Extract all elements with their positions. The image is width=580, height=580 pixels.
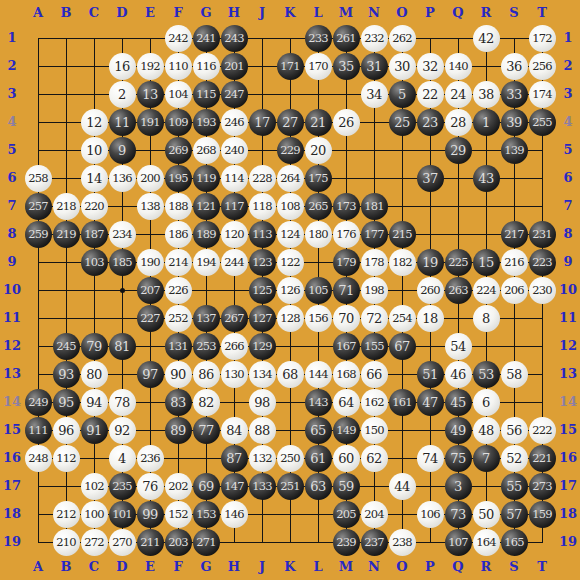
row-label-left-13: 13 — [0, 364, 26, 384]
col-label-top-B: B — [52, 3, 80, 23]
stone-black-Q17-move-3: 3 — [445, 473, 472, 500]
stone-black-L16-move-61: 61 — [305, 445, 332, 472]
col-label-bottom-N: N — [360, 557, 388, 577]
stone-black-R13-move-53: 53 — [473, 361, 500, 388]
stone-white-H5-move-240: 240 — [221, 137, 248, 164]
row-label-right-18: 18 — [554, 504, 580, 524]
stone-black-B14-move-95: 95 — [53, 389, 80, 416]
stone-white-G2-move-116: 116 — [193, 53, 220, 80]
row-label-left-11: 11 — [0, 308, 26, 328]
stone-white-N13-move-66: 66 — [361, 361, 388, 388]
stone-black-C9-move-103: 103 — [81, 249, 108, 276]
row-label-right-10: 10 — [554, 280, 580, 300]
col-label-bottom-O: O — [388, 557, 416, 577]
stone-white-C13-move-80: 80 — [81, 361, 108, 388]
stone-white-L13-move-144: 144 — [305, 361, 332, 388]
stone-black-T9-move-223: 223 — [529, 249, 556, 276]
stone-white-H12-move-266: 266 — [221, 333, 248, 360]
col-label-top-T: T — [528, 3, 556, 23]
stone-white-C7-move-220: 220 — [81, 193, 108, 220]
stone-black-T8-move-231: 231 — [529, 221, 556, 248]
stone-white-C18-move-100: 100 — [81, 501, 108, 528]
stone-black-C15-move-91: 91 — [81, 417, 108, 444]
stone-white-H8-move-120: 120 — [221, 221, 248, 248]
stone-black-T16-move-221: 221 — [529, 445, 556, 472]
stone-white-H6-move-114: 114 — [221, 165, 248, 192]
row-label-right-16: 16 — [554, 448, 580, 468]
col-label-bottom-Q: Q — [444, 557, 472, 577]
stone-black-G6-move-119: 119 — [193, 165, 220, 192]
stone-white-B19-move-210: 210 — [53, 529, 80, 556]
col-label-bottom-D: D — [108, 557, 136, 577]
stone-black-H16-move-87: 87 — [221, 445, 248, 472]
row-label-left-7: 7 — [0, 196, 26, 216]
col-label-top-A: A — [24, 3, 52, 23]
stone-white-T15-move-222: 222 — [529, 417, 556, 444]
row-label-left-12: 12 — [0, 336, 26, 356]
stone-black-R16-move-7: 7 — [473, 445, 500, 472]
stone-black-G12-move-253: 253 — [193, 333, 220, 360]
stone-white-J13-move-134: 134 — [249, 361, 276, 388]
stone-black-H2-move-201: 201 — [221, 53, 248, 80]
stone-black-D17-move-235: 235 — [109, 473, 136, 500]
stone-black-T18-move-159: 159 — [529, 501, 556, 528]
stone-black-N2-move-31: 31 — [361, 53, 388, 80]
stone-black-S18-move-57: 57 — [501, 501, 528, 528]
stone-black-E11-move-227: 227 — [137, 305, 164, 332]
stone-white-G5-move-268: 268 — [193, 137, 220, 164]
stone-white-T10-move-230: 230 — [529, 277, 556, 304]
stone-white-K16-move-250: 250 — [277, 445, 304, 472]
stone-white-B15-move-96: 96 — [53, 417, 80, 444]
stone-white-B18-move-212: 212 — [53, 501, 80, 528]
stone-white-H4-move-246: 246 — [221, 109, 248, 136]
stone-white-K9-move-122: 122 — [277, 249, 304, 276]
stone-black-K2-move-171: 171 — [277, 53, 304, 80]
stone-black-E18-move-99: 99 — [137, 501, 164, 528]
stone-white-Q13-move-46: 46 — [445, 361, 472, 388]
row-label-left-16: 16 — [0, 448, 26, 468]
stone-white-P2-move-32: 32 — [417, 53, 444, 80]
stone-black-M12-move-167: 167 — [333, 333, 360, 360]
col-label-top-Q: Q — [444, 3, 472, 23]
row-label-right-4: 4 — [554, 112, 580, 132]
stone-black-K17-move-251: 251 — [277, 473, 304, 500]
stone-white-B16-move-112: 112 — [53, 445, 80, 472]
stone-black-E19-move-211: 211 — [137, 529, 164, 556]
row-label-right-7: 7 — [554, 196, 580, 216]
stone-black-M2-move-35: 35 — [333, 53, 360, 80]
stone-white-N3-move-34: 34 — [361, 81, 388, 108]
col-label-top-C: C — [80, 3, 108, 23]
stone-white-Q2-move-140: 140 — [445, 53, 472, 80]
stone-white-R15-move-48: 48 — [473, 417, 500, 444]
stone-black-Q9-move-225: 225 — [445, 249, 472, 276]
stone-white-H18-move-146: 146 — [221, 501, 248, 528]
stone-black-C12-move-79: 79 — [81, 333, 108, 360]
stone-black-F14-move-83: 83 — [165, 389, 192, 416]
stone-white-D8-move-234: 234 — [109, 221, 136, 248]
stone-white-Q12-move-54: 54 — [445, 333, 472, 360]
col-label-bottom-S: S — [500, 557, 528, 577]
col-label-bottom-L: L — [304, 557, 332, 577]
stone-white-R14-move-6: 6 — [473, 389, 500, 416]
stone-white-B7-move-218: 218 — [53, 193, 80, 220]
stone-white-N9-move-178: 178 — [361, 249, 388, 276]
stone-white-N11-move-72: 72 — [361, 305, 388, 332]
col-label-top-H: H — [220, 3, 248, 23]
stone-white-O17-move-44: 44 — [389, 473, 416, 500]
col-label-top-J: J — [248, 3, 276, 23]
stone-white-S16-move-52: 52 — [501, 445, 528, 472]
stone-black-A14-move-249: 249 — [25, 389, 52, 416]
stone-black-Q14-move-45: 45 — [445, 389, 472, 416]
stone-white-D19-move-270: 270 — [109, 529, 136, 556]
stone-black-Q10-move-263: 263 — [445, 277, 472, 304]
stone-white-R11-move-8: 8 — [473, 305, 500, 332]
stone-black-H17-move-147: 147 — [221, 473, 248, 500]
stone-white-N18-move-204: 204 — [361, 501, 388, 528]
stone-white-N10-move-198: 198 — [361, 277, 388, 304]
stone-white-R10-move-224: 224 — [473, 277, 500, 304]
col-label-bottom-J: J — [248, 557, 276, 577]
stone-black-E13-move-97: 97 — [137, 361, 164, 388]
stone-white-P10-move-260: 260 — [417, 277, 444, 304]
stone-black-M18-move-205: 205 — [333, 501, 360, 528]
stone-white-E7-move-138: 138 — [137, 193, 164, 220]
stone-white-M11-move-70: 70 — [333, 305, 360, 332]
stone-white-O19-move-238: 238 — [389, 529, 416, 556]
col-label-top-M: M — [332, 3, 360, 23]
stone-white-T1-move-172: 172 — [529, 25, 556, 52]
stone-black-G3-move-115: 115 — [193, 81, 220, 108]
col-label-bottom-G: G — [192, 557, 220, 577]
stone-black-L14-move-143: 143 — [305, 389, 332, 416]
stone-black-Q15-move-49: 49 — [445, 417, 472, 444]
stone-white-F11-move-252: 252 — [165, 305, 192, 332]
col-label-top-F: F — [164, 3, 192, 23]
col-label-bottom-P: P — [416, 557, 444, 577]
stone-white-H13-move-130: 130 — [221, 361, 248, 388]
stone-black-M9-move-179: 179 — [333, 249, 360, 276]
stone-black-P13-move-51: 51 — [417, 361, 444, 388]
stone-black-B12-move-245: 245 — [53, 333, 80, 360]
stone-white-J15-move-88: 88 — [249, 417, 276, 444]
stone-white-L2-move-170: 170 — [305, 53, 332, 80]
stone-white-F7-move-188: 188 — [165, 193, 192, 220]
col-label-bottom-M: M — [332, 557, 360, 577]
stone-white-S2-move-36: 36 — [501, 53, 528, 80]
go-kifu-diagram: ABCDEFGHJKLMNOPQRST ABCDEFGHJKLMNOPQRST … — [0, 0, 580, 580]
stone-white-A16-move-248: 248 — [25, 445, 52, 472]
stone-black-J10-move-125: 125 — [249, 277, 276, 304]
stone-white-P3-move-22: 22 — [417, 81, 444, 108]
stone-white-N15-move-150: 150 — [361, 417, 388, 444]
stone-black-N19-move-237: 237 — [361, 529, 388, 556]
stone-black-J4-move-17: 17 — [249, 109, 276, 136]
stone-white-M14-move-64: 64 — [333, 389, 360, 416]
stone-black-J17-move-133: 133 — [249, 473, 276, 500]
stone-white-S9-move-216: 216 — [501, 249, 528, 276]
stone-white-E17-move-76: 76 — [137, 473, 164, 500]
stone-white-J16-move-132: 132 — [249, 445, 276, 472]
stone-white-G9-move-194: 194 — [193, 249, 220, 276]
stone-black-G18-move-153: 153 — [193, 501, 220, 528]
stone-black-D5-move-9: 9 — [109, 137, 136, 164]
stone-black-G8-move-189: 189 — [193, 221, 220, 248]
row-label-right-3: 3 — [554, 84, 580, 104]
col-label-top-P: P — [416, 3, 444, 23]
row-label-left-1: 1 — [0, 28, 26, 48]
col-label-bottom-C: C — [80, 557, 108, 577]
stone-black-K4-move-27: 27 — [277, 109, 304, 136]
stone-black-G11-move-137: 137 — [193, 305, 220, 332]
col-label-top-S: S — [500, 3, 528, 23]
row-label-right-2: 2 — [554, 56, 580, 76]
col-label-top-D: D — [108, 3, 136, 23]
stone-white-P11-move-18: 18 — [417, 305, 444, 332]
stone-black-B13-move-93: 93 — [53, 361, 80, 388]
stone-white-D6-move-136: 136 — [109, 165, 136, 192]
stone-white-O11-move-254: 254 — [389, 305, 416, 332]
col-label-bottom-R: R — [472, 557, 500, 577]
stone-black-T4-move-255: 255 — [529, 109, 556, 136]
stone-black-L17-move-63: 63 — [305, 473, 332, 500]
stone-black-P6-move-37: 37 — [417, 165, 444, 192]
col-label-top-R: R — [472, 3, 500, 23]
stone-black-N7-move-181: 181 — [361, 193, 388, 220]
stone-black-Q5-move-29: 29 — [445, 137, 472, 164]
stone-black-G1-move-241: 241 — [193, 25, 220, 52]
stone-white-R3-move-38: 38 — [473, 81, 500, 108]
stone-black-S8-move-217: 217 — [501, 221, 528, 248]
stone-black-O8-move-215: 215 — [389, 221, 416, 248]
stone-white-O9-move-182: 182 — [389, 249, 416, 276]
stone-black-D9-move-185: 185 — [109, 249, 136, 276]
stone-black-A8-move-259: 259 — [25, 221, 52, 248]
row-label-right-8: 8 — [554, 224, 580, 244]
row-label-right-12: 12 — [554, 336, 580, 356]
stone-black-F5-move-269: 269 — [165, 137, 192, 164]
stone-black-M10-move-71: 71 — [333, 277, 360, 304]
stone-white-O2-move-30: 30 — [389, 53, 416, 80]
stone-black-M15-move-149: 149 — [333, 417, 360, 444]
col-label-bottom-K: K — [276, 557, 304, 577]
stone-black-R4-move-1: 1 — [473, 109, 500, 136]
col-label-bottom-E: E — [136, 557, 164, 577]
stone-black-O3-move-5: 5 — [389, 81, 416, 108]
col-label-bottom-B: B — [52, 557, 80, 577]
stone-black-F15-move-89: 89 — [165, 417, 192, 444]
stone-black-L6-move-175: 175 — [305, 165, 332, 192]
stone-black-K5-move-229: 229 — [277, 137, 304, 164]
stone-white-F3-move-104: 104 — [165, 81, 192, 108]
stone-black-L7-move-265: 265 — [305, 193, 332, 220]
stone-white-C6-move-14: 14 — [81, 165, 108, 192]
col-label-bottom-A: A — [24, 557, 52, 577]
stone-black-G4-move-193: 193 — [193, 109, 220, 136]
star-point-D10 — [120, 288, 125, 293]
row-label-left-4: 4 — [0, 112, 26, 132]
stone-white-C5-move-10: 10 — [81, 137, 108, 164]
stone-white-P16-move-74: 74 — [417, 445, 444, 472]
stone-black-J12-move-129: 129 — [249, 333, 276, 360]
row-label-right-11: 11 — [554, 308, 580, 328]
stone-white-F8-move-186: 186 — [165, 221, 192, 248]
stone-black-G17-move-69: 69 — [193, 473, 220, 500]
col-label-top-E: E — [136, 3, 164, 23]
stone-black-N8-move-177: 177 — [361, 221, 388, 248]
stone-white-Q3-move-24: 24 — [445, 81, 472, 108]
row-label-right-19: 19 — [554, 532, 580, 552]
stone-black-H3-move-247: 247 — [221, 81, 248, 108]
row-label-left-14: 14 — [0, 392, 26, 412]
stone-white-J7-move-118: 118 — [249, 193, 276, 220]
stone-black-G19-move-271: 271 — [193, 529, 220, 556]
stone-white-E6-move-200: 200 — [137, 165, 164, 192]
stone-white-M13-move-168: 168 — [333, 361, 360, 388]
stone-black-Q16-move-75: 75 — [445, 445, 472, 472]
col-label-bottom-T: T — [528, 557, 556, 577]
stone-white-P18-move-106: 106 — [417, 501, 444, 528]
stone-black-F4-move-109: 109 — [165, 109, 192, 136]
stone-white-N1-move-232: 232 — [361, 25, 388, 52]
stone-black-E4-move-191: 191 — [137, 109, 164, 136]
stone-black-B8-move-219: 219 — [53, 221, 80, 248]
stone-white-M8-move-176: 176 — [333, 221, 360, 248]
row-label-left-18: 18 — [0, 504, 26, 524]
stone-white-D3-move-2: 2 — [109, 81, 136, 108]
stone-white-F2-move-110: 110 — [165, 53, 192, 80]
stone-black-E3-move-13: 13 — [137, 81, 164, 108]
stone-white-D15-move-92: 92 — [109, 417, 136, 444]
stone-black-N12-move-155: 155 — [361, 333, 388, 360]
stone-white-H15-move-84: 84 — [221, 417, 248, 444]
stone-white-L11-move-156: 156 — [305, 305, 332, 332]
row-label-left-10: 10 — [0, 280, 26, 300]
stone-black-F12-move-131: 131 — [165, 333, 192, 360]
stone-white-C19-move-272: 272 — [81, 529, 108, 556]
row-label-right-13: 13 — [554, 364, 580, 384]
stone-white-Q4-move-28: 28 — [445, 109, 472, 136]
stone-white-J14-move-98: 98 — [249, 389, 276, 416]
stone-black-P14-move-47: 47 — [417, 389, 444, 416]
stone-black-O4-move-25: 25 — [389, 109, 416, 136]
stone-black-S4-move-39: 39 — [501, 109, 528, 136]
stone-white-E2-move-192: 192 — [137, 53, 164, 80]
row-label-left-3: 3 — [0, 84, 26, 104]
stone-black-T17-move-273: 273 — [529, 473, 556, 500]
row-label-right-14: 14 — [554, 392, 580, 412]
stone-white-F17-move-202: 202 — [165, 473, 192, 500]
stone-white-D2-move-16: 16 — [109, 53, 136, 80]
row-label-left-6: 6 — [0, 168, 26, 188]
stone-black-H11-move-267: 267 — [221, 305, 248, 332]
stone-white-J6-move-228: 228 — [249, 165, 276, 192]
stone-white-L5-move-20: 20 — [305, 137, 332, 164]
stone-white-R1-move-42: 42 — [473, 25, 500, 52]
stone-black-D4-move-11: 11 — [109, 109, 136, 136]
stone-white-R18-move-50: 50 — [473, 501, 500, 528]
stone-black-A15-move-111: 111 — [25, 417, 52, 444]
stone-black-H1-move-243: 243 — [221, 25, 248, 52]
stone-black-D18-move-101: 101 — [109, 501, 136, 528]
stone-black-M7-move-173: 173 — [333, 193, 360, 220]
stone-white-M16-move-60: 60 — [333, 445, 360, 472]
stone-white-N16-move-62: 62 — [361, 445, 388, 472]
stone-white-K7-move-108: 108 — [277, 193, 304, 220]
stone-black-P9-move-19: 19 — [417, 249, 444, 276]
stone-white-A6-move-258: 258 — [25, 165, 52, 192]
row-label-left-19: 19 — [0, 532, 26, 552]
row-label-left-2: 2 — [0, 56, 26, 76]
stone-white-F1-move-242: 242 — [165, 25, 192, 52]
stone-black-G15-move-77: 77 — [193, 417, 220, 444]
stone-white-D16-move-4: 4 — [109, 445, 136, 472]
stone-white-H9-move-244: 244 — [221, 249, 248, 276]
stone-white-R19-move-164: 164 — [473, 529, 500, 556]
stone-black-E10-move-207: 207 — [137, 277, 164, 304]
stone-white-L8-move-180: 180 — [305, 221, 332, 248]
stone-black-G7-move-121: 121 — [193, 193, 220, 220]
stone-black-M1-move-261: 261 — [333, 25, 360, 52]
row-label-right-17: 17 — [554, 476, 580, 496]
stone-white-K11-move-128: 128 — [277, 305, 304, 332]
stone-black-Q18-move-73: 73 — [445, 501, 472, 528]
stone-white-S13-move-58: 58 — [501, 361, 528, 388]
stone-white-K6-move-264: 264 — [277, 165, 304, 192]
row-label-left-15: 15 — [0, 420, 26, 440]
stone-black-F19-move-203: 203 — [165, 529, 192, 556]
stone-black-L1-move-233: 233 — [305, 25, 332, 52]
row-label-left-5: 5 — [0, 140, 26, 160]
stone-white-S10-move-206: 206 — [501, 277, 528, 304]
stone-white-F9-move-214: 214 — [165, 249, 192, 276]
col-label-bottom-F: F — [164, 557, 192, 577]
stone-white-F13-move-90: 90 — [165, 361, 192, 388]
stone-white-K10-move-126: 126 — [277, 277, 304, 304]
stone-black-L10-move-105: 105 — [305, 277, 332, 304]
stone-black-A7-move-257: 257 — [25, 193, 52, 220]
stone-black-M17-move-59: 59 — [333, 473, 360, 500]
stone-white-C17-move-102: 102 — [81, 473, 108, 500]
stone-black-J11-move-127: 127 — [249, 305, 276, 332]
stone-white-T3-move-174: 174 — [529, 81, 556, 108]
stone-white-K13-move-68: 68 — [277, 361, 304, 388]
stone-white-D14-move-78: 78 — [109, 389, 136, 416]
row-label-right-1: 1 — [554, 28, 580, 48]
stone-white-E9-move-190: 190 — [137, 249, 164, 276]
stone-black-H7-move-117: 117 — [221, 193, 248, 220]
stone-black-D12-move-81: 81 — [109, 333, 136, 360]
stone-white-F10-move-226: 226 — [165, 277, 192, 304]
row-label-right-9: 9 — [554, 252, 580, 272]
stone-black-Q19-move-107: 107 — [445, 529, 472, 556]
stone-white-G14-move-82: 82 — [193, 389, 220, 416]
col-label-top-O: O — [388, 3, 416, 23]
row-label-left-8: 8 — [0, 224, 26, 244]
stone-white-C14-move-94: 94 — [81, 389, 108, 416]
col-label-top-G: G — [192, 3, 220, 23]
stone-black-S19-move-165: 165 — [501, 529, 528, 556]
stone-white-M4-move-26: 26 — [333, 109, 360, 136]
stone-white-C4-move-12: 12 — [81, 109, 108, 136]
stone-black-R9-move-15: 15 — [473, 249, 500, 276]
stone-black-L15-move-65: 65 — [305, 417, 332, 444]
stone-white-O1-move-262: 262 — [389, 25, 416, 52]
col-label-top-N: N — [360, 3, 388, 23]
stone-black-J8-move-113: 113 — [249, 221, 276, 248]
